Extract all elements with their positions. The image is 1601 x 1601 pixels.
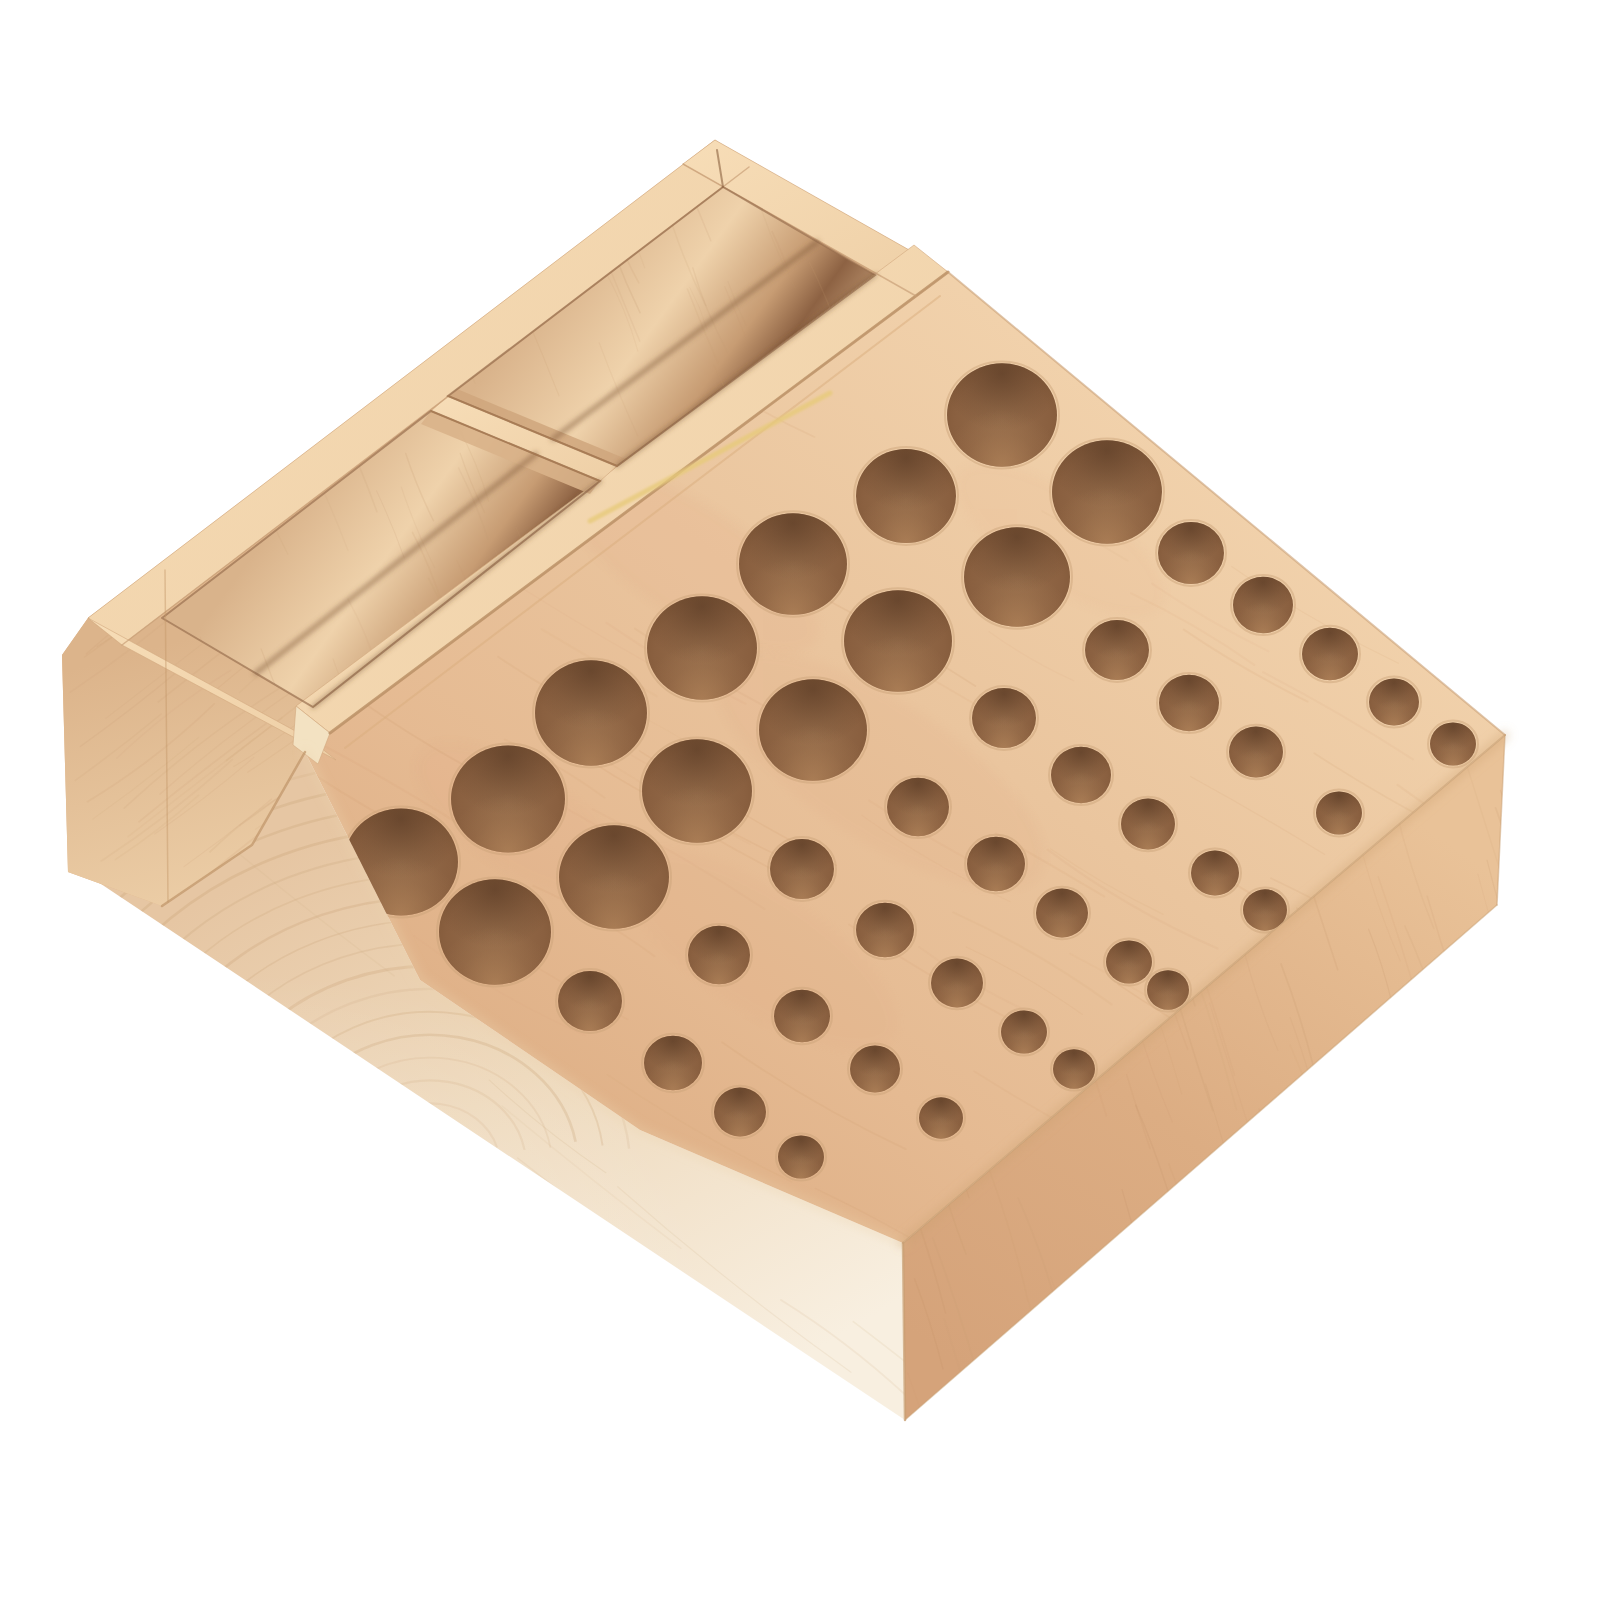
tool-hole [757, 677, 869, 782]
tool-hole [1050, 438, 1164, 545]
tool-hole [737, 511, 849, 616]
tool-hole [1119, 797, 1177, 852]
tool-hole [449, 744, 567, 855]
tool-hole [1034, 887, 1090, 940]
tool-hole [768, 837, 836, 901]
tool-hole [533, 658, 649, 767]
tool-hole [772, 988, 832, 1044]
tool-hole [686, 924, 752, 986]
tool-hole [712, 1086, 768, 1139]
tool-hole [962, 525, 1072, 628]
tool-hole [965, 835, 1027, 893]
tool-hole [929, 957, 985, 1010]
tool-hole [842, 588, 954, 693]
tool-hole [854, 901, 916, 959]
tool-hole [437, 877, 553, 986]
tool-hole [1157, 673, 1221, 733]
tool-hole [1428, 721, 1478, 768]
product-photo [0, 0, 1601, 1601]
tool-hole [556, 969, 624, 1033]
tool-hole [1083, 618, 1151, 682]
tool-hole [642, 1034, 704, 1092]
tool-hole [645, 594, 759, 701]
tool-hole [776, 1134, 826, 1181]
tool-hole [1051, 1047, 1097, 1090]
tool-hole [848, 1044, 902, 1095]
tool-hole [1231, 575, 1295, 635]
tool-hole [1145, 968, 1191, 1011]
tool-hole [854, 447, 958, 545]
tool-hole [945, 361, 1059, 468]
tool-hole [640, 737, 754, 844]
tool-hole [1104, 939, 1154, 986]
tool-hole [970, 686, 1038, 750]
tool-hole [1314, 790, 1364, 837]
tool-hole [885, 776, 951, 838]
product-photo-stage [0, 0, 1601, 1601]
tool-hole [917, 1095, 965, 1140]
tool-hole [557, 823, 671, 930]
tool-hole [1049, 745, 1113, 805]
tool-hole [1300, 626, 1360, 682]
tool-hole [999, 1009, 1049, 1056]
tool-hole [1227, 725, 1285, 780]
tool-hole [1367, 677, 1421, 728]
tool-hole [1189, 849, 1241, 898]
tool-hole [1156, 520, 1226, 586]
